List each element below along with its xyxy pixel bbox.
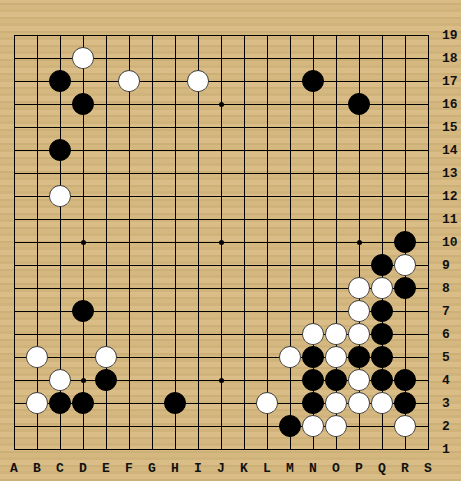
white-stone-M5[interactable]: ● [279, 346, 301, 368]
column-label: S [418, 461, 438, 476]
white-stone-Q8[interactable]: ● [371, 277, 393, 299]
row-label: 19 [442, 28, 461, 43]
column-label: B [27, 461, 47, 476]
column-label: D [73, 461, 93, 476]
row-label: 10 [442, 235, 461, 250]
white-stone-C4[interactable]: ● [49, 369, 71, 391]
white-stone-O5[interactable]: ● [325, 346, 347, 368]
white-stone-R9[interactable]: ● [394, 254, 416, 276]
column-label: A [4, 461, 24, 476]
column-label: F [119, 461, 139, 476]
white-stone-P7[interactable]: ● [348, 300, 370, 322]
white-stone-N2[interactable]: ● [302, 415, 324, 437]
column-label: P [349, 461, 369, 476]
column-label: K [234, 461, 254, 476]
star-point [219, 378, 224, 383]
column-label: H [165, 461, 185, 476]
black-stone-Q7[interactable]: ● [371, 300, 393, 322]
white-stone-C12[interactable]: ● [49, 185, 71, 207]
black-stone-M2[interactable]: ● [279, 415, 301, 437]
row-label: 1 [442, 442, 461, 457]
white-stone-D18[interactable]: ● [72, 47, 94, 69]
grid-line-horizontal [14, 265, 429, 266]
black-stone-Q9[interactable]: ● [371, 254, 393, 276]
white-stone-P6[interactable]: ● [348, 323, 370, 345]
black-stone-N17[interactable]: ● [302, 70, 324, 92]
row-label: 13 [442, 166, 461, 181]
row-label: 11 [442, 212, 461, 227]
row-label: 6 [442, 327, 461, 342]
white-stone-R2[interactable]: ● [394, 415, 416, 437]
column-label: R [395, 461, 415, 476]
star-point [219, 102, 224, 107]
star-point [81, 240, 86, 245]
white-stone-N6[interactable]: ● [302, 323, 324, 345]
white-stone-F17[interactable]: ● [118, 70, 140, 92]
black-stone-H3[interactable]: ● [164, 392, 186, 414]
row-label: 15 [442, 120, 461, 135]
black-stone-C14[interactable]: ● [49, 139, 71, 161]
row-label: 5 [442, 350, 461, 365]
white-stone-L3[interactable]: ● [256, 392, 278, 414]
column-label: N [303, 461, 323, 476]
black-stone-Q5[interactable]: ● [371, 346, 393, 368]
row-label: 4 [442, 373, 461, 388]
black-stone-N3[interactable]: ● [302, 392, 324, 414]
black-stone-R8[interactable]: ● [394, 277, 416, 299]
star-point [81, 378, 86, 383]
black-stone-D7[interactable]: ● [72, 300, 94, 322]
column-label: C [50, 461, 70, 476]
row-label: 9 [442, 258, 461, 273]
row-label: 2 [442, 419, 461, 434]
grid-line-vertical [244, 35, 245, 450]
black-stone-R4[interactable]: ● [394, 369, 416, 391]
black-stone-R10[interactable]: ● [394, 231, 416, 253]
row-label: 7 [442, 304, 461, 319]
column-label: I [188, 461, 208, 476]
black-stone-D3[interactable]: ● [72, 392, 94, 414]
grid-line-vertical [428, 35, 429, 450]
white-stone-O2[interactable]: ● [325, 415, 347, 437]
black-stone-R3[interactable]: ● [394, 392, 416, 414]
row-label: 14 [442, 143, 461, 158]
white-stone-O3[interactable]: ● [325, 392, 347, 414]
column-label: J [211, 461, 231, 476]
black-stone-P5[interactable]: ● [348, 346, 370, 368]
column-label: L [257, 461, 277, 476]
black-stone-D16[interactable]: ● [72, 93, 94, 115]
row-label: 16 [442, 97, 461, 112]
grid-line-vertical [267, 35, 268, 450]
grid-line-vertical [290, 35, 291, 450]
white-stone-Q3[interactable]: ● [371, 392, 393, 414]
star-point [357, 240, 362, 245]
column-label: M [280, 461, 300, 476]
column-label: Q [372, 461, 392, 476]
white-stone-P4[interactable]: ● [348, 369, 370, 391]
white-stone-P8[interactable]: ● [348, 277, 370, 299]
row-label: 18 [442, 51, 461, 66]
grid-line-horizontal [14, 449, 429, 450]
white-stone-B3[interactable]: ● [26, 392, 48, 414]
black-stone-Q4[interactable]: ● [371, 369, 393, 391]
row-label: 3 [442, 396, 461, 411]
column-label: O [326, 461, 346, 476]
white-stone-B5[interactable]: ● [26, 346, 48, 368]
white-stone-P3[interactable]: ● [348, 392, 370, 414]
star-point [219, 240, 224, 245]
black-stone-C3[interactable]: ● [49, 392, 71, 414]
white-stone-E5[interactable]: ● [95, 346, 117, 368]
column-label: E [96, 461, 116, 476]
black-stone-N5[interactable]: ● [302, 346, 324, 368]
black-stone-N4[interactable]: ● [302, 369, 324, 391]
black-stone-O4[interactable]: ● [325, 369, 347, 391]
black-stone-C17[interactable]: ● [49, 70, 71, 92]
black-stone-E4[interactable]: ● [95, 369, 117, 391]
white-stone-I17[interactable]: ● [187, 70, 209, 92]
black-stone-Q6[interactable]: ● [371, 323, 393, 345]
row-label: 8 [442, 281, 461, 296]
white-stone-O6[interactable]: ● [325, 323, 347, 345]
row-label: 17 [442, 74, 461, 89]
go-board[interactable]: A19B18C17D16E15F14G13H12I11J10K9L8M7N6O5… [0, 0, 461, 481]
black-stone-P16[interactable]: ● [348, 93, 370, 115]
grid-line-horizontal [14, 426, 429, 427]
column-label: G [142, 461, 162, 476]
row-label: 12 [442, 189, 461, 204]
